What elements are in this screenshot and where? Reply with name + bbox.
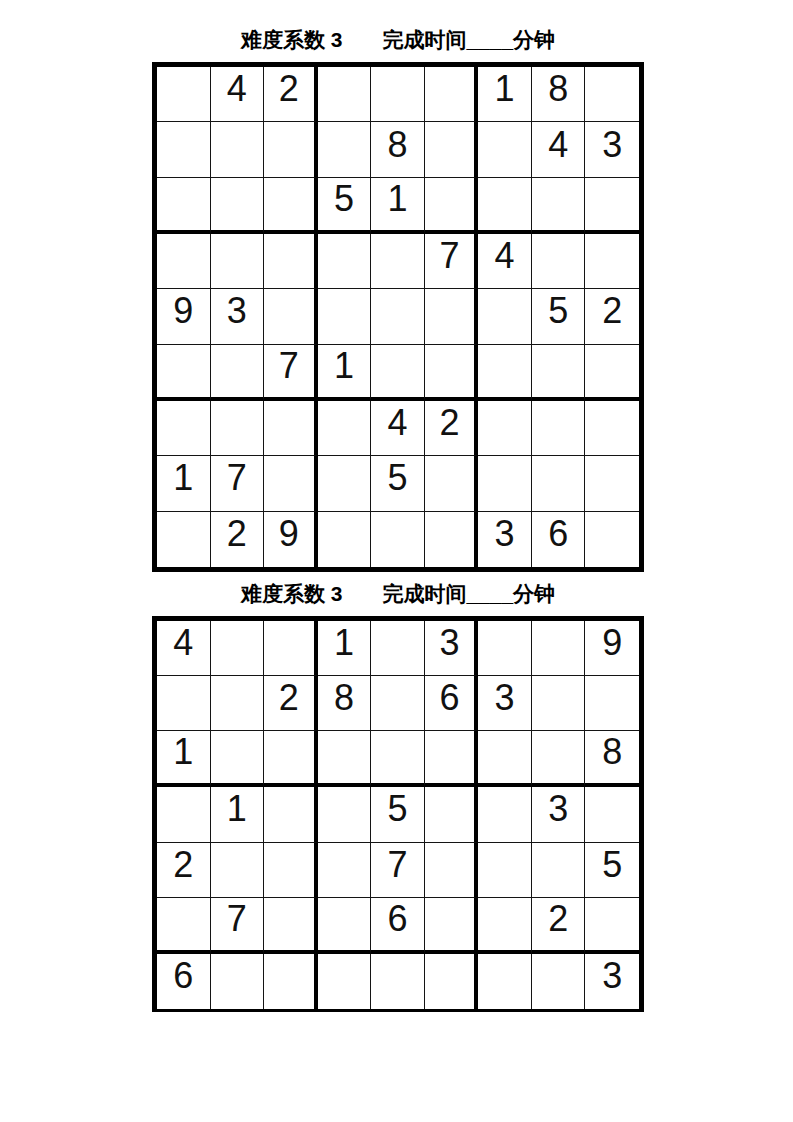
board2-cell-r2c8[interactable] [532, 676, 586, 731]
board1-cell-r2c4[interactable] [318, 122, 372, 177]
board2-cell-r1c2[interactable] [211, 621, 265, 676]
board2-cell-r6c7[interactable] [478, 898, 532, 954]
board1-cell-r5c1: 9 [157, 289, 211, 344]
board1-cell-r2c2[interactable] [211, 122, 265, 177]
board1-cell-r6c8[interactable] [532, 345, 586, 401]
board2-cell-r3c6[interactable] [425, 731, 479, 787]
board1-cell-r1c2: 4 [211, 67, 265, 122]
board1-cell-r3c9[interactable] [585, 178, 639, 234]
board2-cell-r7c2[interactable] [211, 954, 265, 1009]
board1-cell-r7c3[interactable] [264, 401, 318, 456]
board1-cell-r7c7[interactable] [478, 401, 532, 456]
board2-cell-r4c6[interactable] [425, 787, 479, 842]
puzzle2-title: 难度系数 3完成时间____分钟 [152, 582, 644, 606]
board1-cell-r5c7[interactable] [478, 289, 532, 344]
puzzle1-difficulty-label: 难度系数 3 [241, 28, 343, 51]
board1-cell-r3c6[interactable] [425, 178, 479, 234]
board2-cell-r7c6[interactable] [425, 954, 479, 1009]
board2-cell-r7c3[interactable] [264, 954, 318, 1009]
board2-cell-r5c1: 2 [157, 843, 211, 898]
board2-cell-r3c9: 8 [585, 731, 639, 787]
board2-cell-r4c2: 1 [211, 787, 265, 842]
board2-cell-r2c1[interactable] [157, 676, 211, 731]
board1-cell-r4c3[interactable] [264, 234, 318, 289]
board1-cell-r8c9[interactable] [585, 456, 639, 511]
board1-cell-r9c4[interactable] [318, 512, 372, 567]
board1-cell-r5c2: 3 [211, 289, 265, 344]
board1-cell-r5c9: 2 [585, 289, 639, 344]
board2-cell-r3c5[interactable] [371, 731, 425, 787]
worksheet-page: 难度系数 3完成时间____分钟 42188435174935271421752… [0, 0, 793, 1122]
board1-cell-r1c8: 8 [532, 67, 586, 122]
board1-cell-r8c6[interactable] [425, 456, 479, 511]
board1-cell-r3c1[interactable] [157, 178, 211, 234]
board2-cell-r2c5[interactable] [371, 676, 425, 731]
board1-cell-r9c8: 6 [532, 512, 586, 567]
puzzle2-difficulty-label: 难度系数 3 [241, 582, 343, 605]
board1-cell-r4c7: 4 [478, 234, 532, 289]
board1-cell-r4c2[interactable] [211, 234, 265, 289]
board2-cell-r1c4: 1 [318, 621, 372, 676]
board1-cell-r2c5: 8 [371, 122, 425, 177]
board2-cell-r6c1[interactable] [157, 898, 211, 954]
board2-cell-r4c8: 3 [532, 787, 586, 842]
board2-cell-r2c3: 2 [264, 676, 318, 731]
board1-cell-r9c2: 2 [211, 512, 265, 567]
board1-cell-r5c5[interactable] [371, 289, 425, 344]
board1-cell-r7c2[interactable] [211, 401, 265, 456]
board2-cell-r2c9[interactable] [585, 676, 639, 731]
board2-cell-r7c5[interactable] [371, 954, 425, 1009]
board2-cell-r7c1: 6 [157, 954, 211, 1009]
board2-cell-r5c7[interactable] [478, 843, 532, 898]
puzzle1-time-label: 完成时间____分钟 [382, 28, 555, 51]
board1-cell-r3c5: 1 [371, 178, 425, 234]
board1-cell-r3c4: 5 [318, 178, 372, 234]
board1-cell-r1c4[interactable] [318, 67, 372, 122]
board2-cell-r5c4[interactable] [318, 843, 372, 898]
board1-cell-r7c8[interactable] [532, 401, 586, 456]
board1-cell-r1c5[interactable] [371, 67, 425, 122]
board1-cell-r9c6[interactable] [425, 512, 479, 567]
board1-cell-r3c3[interactable] [264, 178, 318, 234]
board1-cell-r1c6[interactable] [425, 67, 479, 122]
board1-cell-r7c5: 4 [371, 401, 425, 456]
board2-cell-r3c3[interactable] [264, 731, 318, 787]
board1-cell-r8c3[interactable] [264, 456, 318, 511]
board2-cell-r4c4[interactable] [318, 787, 372, 842]
board1-cell-r4c6: 7 [425, 234, 479, 289]
board2-cell-r4c5: 5 [371, 787, 425, 842]
board1-cell-r4c9[interactable] [585, 234, 639, 289]
board1-cell-r8c8[interactable] [532, 456, 586, 511]
board2-cell-r1c3[interactable] [264, 621, 318, 676]
puzzle2-time-label: 完成时间____分钟 [382, 582, 555, 605]
board2-cell-r6c8: 2 [532, 898, 586, 954]
board1-cell-r5c3[interactable] [264, 289, 318, 344]
board2-cell-r6c9[interactable] [585, 898, 639, 954]
board1-cell-r5c8: 5 [532, 289, 586, 344]
board1-cell-r7c6: 2 [425, 401, 479, 456]
board1-cell-r6c9[interactable] [585, 345, 639, 401]
board1-cell-r6c5[interactable] [371, 345, 425, 401]
board1-cell-r6c7[interactable] [478, 345, 532, 401]
board2-cell-r2c2[interactable] [211, 676, 265, 731]
board1-cell-r5c6[interactable] [425, 289, 479, 344]
board1-cell-r9c1[interactable] [157, 512, 211, 567]
board1-cell-r6c4: 1 [318, 345, 372, 401]
board2-cell-r7c7[interactable] [478, 954, 532, 1009]
board2-cell-r4c1[interactable] [157, 787, 211, 842]
board2-cell-r3c8[interactable] [532, 731, 586, 787]
board2-cell-r5c5: 7 [371, 843, 425, 898]
board2-cell-r1c6: 3 [425, 621, 479, 676]
board2-cell-r5c3[interactable] [264, 843, 318, 898]
board2-cell-r3c1: 1 [157, 731, 211, 787]
board1-cell-r9c3: 9 [264, 512, 318, 567]
board1-cell-r4c4[interactable] [318, 234, 372, 289]
board2-cell-r4c7[interactable] [478, 787, 532, 842]
board2-cell-r3c2[interactable] [211, 731, 265, 787]
board1-cell-r7c4[interactable] [318, 401, 372, 456]
board1-cell-r2c1[interactable] [157, 122, 211, 177]
board2-cell-r5c8[interactable] [532, 843, 586, 898]
board1-cell-r9c5[interactable] [371, 512, 425, 567]
board1-cell-r7c9[interactable] [585, 401, 639, 456]
board1-cell-r2c9: 3 [585, 122, 639, 177]
board1-cell-r8c1: 1 [157, 456, 211, 511]
board2-cell-r7c9: 3 [585, 954, 639, 1009]
board2-cell-r6c6[interactable] [425, 898, 479, 954]
board1-cell-r8c7[interactable] [478, 456, 532, 511]
board2-cell-r5c9: 5 [585, 843, 639, 898]
board2-cell-r6c5: 6 [371, 898, 425, 954]
board2-cell-r4c3[interactable] [264, 787, 318, 842]
board2-cell-r2c7: 3 [478, 676, 532, 731]
board2-cell-r1c7[interactable] [478, 621, 532, 676]
puzzle1-title: 难度系数 3完成时间____分钟 [152, 28, 644, 52]
board2-cell-r6c4[interactable] [318, 898, 372, 954]
board2-cell-r1c1: 4 [157, 621, 211, 676]
board1-cell-r4c8[interactable] [532, 234, 586, 289]
board1-cell-r8c5: 5 [371, 456, 425, 511]
board2-cell-r1c8[interactable] [532, 621, 586, 676]
board2-cell-r1c9: 9 [585, 621, 639, 676]
board1-cell-r1c1[interactable] [157, 67, 211, 122]
board1-cell-r3c8[interactable] [532, 178, 586, 234]
board2-cell-r6c3[interactable] [264, 898, 318, 954]
board1-cell-r2c6[interactable] [425, 122, 479, 177]
board1-cell-r4c5[interactable] [371, 234, 425, 289]
board1-cell-r2c3[interactable] [264, 122, 318, 177]
board1-cell-r9c7: 3 [478, 512, 532, 567]
board2-cell-r7c8[interactable] [532, 954, 586, 1009]
board1-cell-r3c7[interactable] [478, 178, 532, 234]
board1-cell-r7c1[interactable] [157, 401, 211, 456]
board1-cell-r8c4[interactable] [318, 456, 372, 511]
board1-cell-r2c8: 4 [532, 122, 586, 177]
board2-cell-r5c6[interactable] [425, 843, 479, 898]
sudoku-board-1: 42188435174935271421752936 [152, 62, 644, 572]
board1-cell-r3c2[interactable] [211, 178, 265, 234]
board1-cell-r4c1[interactable] [157, 234, 211, 289]
board1-cell-r9c9[interactable] [585, 512, 639, 567]
board2-cell-r6c2: 7 [211, 898, 265, 954]
board2-cell-r3c4[interactable] [318, 731, 372, 787]
board2-cell-r7c4[interactable] [318, 954, 372, 1009]
board1-cell-r6c6[interactable] [425, 345, 479, 401]
board1-cell-r1c9[interactable] [585, 67, 639, 122]
board2-cell-r4c9[interactable] [585, 787, 639, 842]
board1-cell-r5c4[interactable] [318, 289, 372, 344]
board2-cell-r1c5[interactable] [371, 621, 425, 676]
board1-cell-r1c3: 2 [264, 67, 318, 122]
board2-cell-r2c4: 8 [318, 676, 372, 731]
board1-cell-r6c2[interactable] [211, 345, 265, 401]
board2-cell-r3c7[interactable] [478, 731, 532, 787]
sudoku-board-2: 413928631815327576263 [152, 616, 644, 1012]
board2-cell-r2c6: 6 [425, 676, 479, 731]
board1-cell-r1c7: 1 [478, 67, 532, 122]
board1-cell-r6c3: 7 [264, 345, 318, 401]
board1-cell-r6c1[interactable] [157, 345, 211, 401]
board1-cell-r2c7[interactable] [478, 122, 532, 177]
board2-cell-r5c2[interactable] [211, 843, 265, 898]
board1-cell-r8c2: 7 [211, 456, 265, 511]
